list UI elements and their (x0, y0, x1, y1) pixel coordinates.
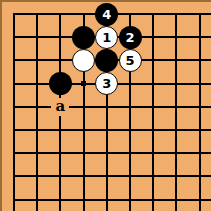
black-stone (95, 49, 118, 72)
move-number: 1 (102, 31, 111, 44)
grid-line-vertical (152, 13, 154, 211)
board-border-top (0, 0, 211, 2)
black-stone: 2 (119, 26, 142, 49)
move-number: 5 (125, 54, 134, 67)
grid-line-vertical (13, 13, 15, 211)
grid-line-vertical (36, 13, 38, 211)
move-number: 4 (102, 8, 111, 21)
black-stone (49, 72, 72, 95)
grid-line-horizontal (13, 106, 211, 108)
grid-line-vertical (175, 13, 177, 211)
move-number: 3 (102, 77, 111, 90)
point-label-a: a (51, 98, 69, 116)
move-number: 2 (125, 31, 134, 44)
black-stone (72, 26, 95, 49)
grid-line-horizontal (13, 152, 211, 154)
grid-line-vertical (199, 13, 201, 211)
hoshi-point-marker (81, 81, 86, 86)
white-stone: 3 (95, 72, 118, 95)
go-board-diagram: a41253 (0, 0, 211, 211)
board-border-left (0, 0, 2, 211)
black-stone: 4 (95, 3, 118, 26)
white-stone (72, 49, 95, 72)
grid-line-horizontal (13, 175, 211, 177)
grid-line-horizontal (13, 199, 211, 201)
white-stone: 1 (95, 26, 118, 49)
white-stone: 5 (119, 49, 142, 72)
grid-line-horizontal (13, 129, 211, 131)
